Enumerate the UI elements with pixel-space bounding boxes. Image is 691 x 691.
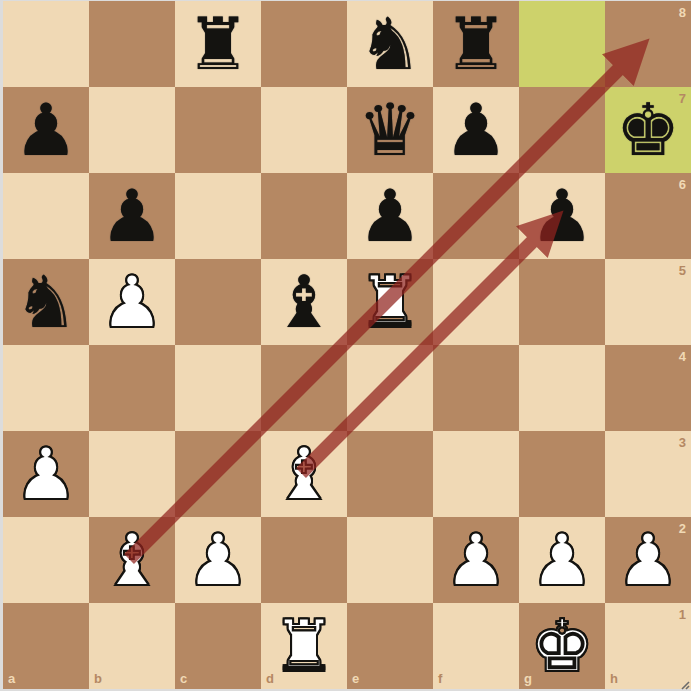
- square-a2[interactable]: [3, 517, 89, 603]
- rank-label-3: 3: [679, 436, 686, 449]
- file-label-e: e: [352, 672, 359, 685]
- white-bishop-d3[interactable]: ♝: [272, 431, 337, 517]
- square-b8[interactable]: [89, 1, 175, 87]
- square-g7[interactable]: [519, 87, 605, 173]
- square-c3[interactable]: [175, 431, 261, 517]
- square-h7[interactable]: 7♚: [605, 87, 691, 173]
- square-h4[interactable]: 4: [605, 345, 691, 431]
- square-e4[interactable]: [347, 345, 433, 431]
- square-a4[interactable]: [3, 345, 89, 431]
- black-knight-e8[interactable]: ♞: [358, 1, 423, 87]
- black-rook-f8[interactable]: ♜: [444, 1, 509, 87]
- white-rook-e5[interactable]: ♜: [358, 259, 423, 345]
- file-label-h: h: [610, 672, 618, 685]
- square-a5[interactable]: ♞: [3, 259, 89, 345]
- square-b4[interactable]: [89, 345, 175, 431]
- square-g3[interactable]: [519, 431, 605, 517]
- square-a7[interactable]: ♟: [3, 87, 89, 173]
- square-d3[interactable]: ♝: [261, 431, 347, 517]
- black-pawn-a7[interactable]: ♟: [14, 87, 79, 173]
- square-e5[interactable]: ♜: [347, 259, 433, 345]
- square-c6[interactable]: [175, 173, 261, 259]
- square-h6[interactable]: 6: [605, 173, 691, 259]
- chess-board-panel: ♜♞♜8♟♛♟7♚♟♟♟6♞♟♝♜54♟♝3♝♟♟♟2♟abcd♜efg♚1h: [0, 0, 691, 691]
- file-label-b: b: [94, 672, 102, 685]
- square-a8[interactable]: [3, 1, 89, 87]
- square-g1[interactable]: g♚: [519, 603, 605, 689]
- white-pawn-b5[interactable]: ♟: [100, 259, 165, 345]
- white-pawn-h2[interactable]: ♟: [616, 517, 681, 603]
- square-e7[interactable]: ♛: [347, 87, 433, 173]
- square-d6[interactable]: [261, 173, 347, 259]
- square-h8[interactable]: 8: [605, 1, 691, 87]
- square-h5[interactable]: 5: [605, 259, 691, 345]
- rank-label-5: 5: [679, 264, 686, 277]
- square-g5[interactable]: [519, 259, 605, 345]
- square-e3[interactable]: [347, 431, 433, 517]
- square-e6[interactable]: ♟: [347, 173, 433, 259]
- white-pawn-a3[interactable]: ♟: [14, 431, 79, 517]
- black-pawn-g6[interactable]: ♟: [530, 173, 595, 259]
- square-g4[interactable]: [519, 345, 605, 431]
- square-d5[interactable]: ♝: [261, 259, 347, 345]
- square-c5[interactable]: [175, 259, 261, 345]
- black-pawn-f7[interactable]: ♟: [444, 87, 509, 173]
- rank-label-8: 8: [679, 6, 686, 19]
- black-rook-c8[interactable]: ♜: [186, 1, 251, 87]
- white-pawn-f2[interactable]: ♟: [444, 517, 509, 603]
- square-f7[interactable]: ♟: [433, 87, 519, 173]
- square-c1[interactable]: c: [175, 603, 261, 689]
- black-king-h7[interactable]: ♚: [616, 87, 681, 173]
- square-e8[interactable]: ♞: [347, 1, 433, 87]
- file-label-f: f: [438, 672, 442, 685]
- square-f1[interactable]: f: [433, 603, 519, 689]
- square-a6[interactable]: [3, 173, 89, 259]
- square-d4[interactable]: [261, 345, 347, 431]
- square-c7[interactable]: [175, 87, 261, 173]
- black-queen-e7[interactable]: ♛: [358, 87, 423, 173]
- white-king-g1[interactable]: ♚: [530, 603, 595, 689]
- black-pawn-b6[interactable]: ♟: [100, 173, 165, 259]
- square-g6[interactable]: ♟: [519, 173, 605, 259]
- square-e2[interactable]: [347, 517, 433, 603]
- file-label-c: c: [180, 672, 187, 685]
- square-f3[interactable]: [433, 431, 519, 517]
- square-c4[interactable]: [175, 345, 261, 431]
- black-pawn-e6[interactable]: ♟: [358, 173, 423, 259]
- square-f2[interactable]: ♟: [433, 517, 519, 603]
- rank-label-1: 1: [679, 608, 686, 621]
- rank-label-6: 6: [679, 178, 686, 191]
- board-resize-handle-icon[interactable]: [676, 676, 690, 690]
- square-d1[interactable]: d♜: [261, 603, 347, 689]
- square-b7[interactable]: [89, 87, 175, 173]
- square-f5[interactable]: [433, 259, 519, 345]
- square-b2[interactable]: ♝: [89, 517, 175, 603]
- square-h3[interactable]: 3: [605, 431, 691, 517]
- square-a1[interactable]: a: [3, 603, 89, 689]
- square-c2[interactable]: ♟: [175, 517, 261, 603]
- square-f4[interactable]: [433, 345, 519, 431]
- square-a3[interactable]: ♟: [3, 431, 89, 517]
- square-b1[interactable]: b: [89, 603, 175, 689]
- black-knight-a5[interactable]: ♞: [14, 259, 79, 345]
- square-g2[interactable]: ♟: [519, 517, 605, 603]
- black-bishop-d5[interactable]: ♝: [272, 259, 337, 345]
- square-c8[interactable]: ♜: [175, 1, 261, 87]
- square-d2[interactable]: [261, 517, 347, 603]
- square-b3[interactable]: [89, 431, 175, 517]
- square-f6[interactable]: [433, 173, 519, 259]
- white-bishop-b2[interactable]: ♝: [100, 517, 165, 603]
- square-d8[interactable]: [261, 1, 347, 87]
- square-g8[interactable]: [519, 1, 605, 87]
- white-rook-d1[interactable]: ♜: [272, 603, 337, 689]
- square-b6[interactable]: ♟: [89, 173, 175, 259]
- square-d7[interactable]: [261, 87, 347, 173]
- white-pawn-c2[interactable]: ♟: [186, 517, 251, 603]
- rank-label-4: 4: [679, 350, 686, 363]
- chess-board[interactable]: ♜♞♜8♟♛♟7♚♟♟♟6♞♟♝♜54♟♝3♝♟♟♟2♟abcd♜efg♚1h: [3, 1, 691, 689]
- white-pawn-g2[interactable]: ♟: [530, 517, 595, 603]
- square-e1[interactable]: e: [347, 603, 433, 689]
- square-b5[interactable]: ♟: [89, 259, 175, 345]
- square-f8[interactable]: ♜: [433, 1, 519, 87]
- square-h2[interactable]: 2♟: [605, 517, 691, 603]
- file-label-a: a: [8, 672, 15, 685]
